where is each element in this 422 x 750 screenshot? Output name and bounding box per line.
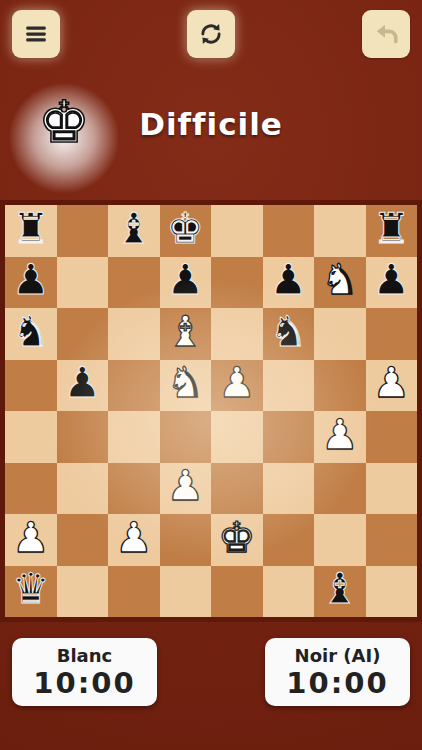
square-d4[interactable] [160, 411, 212, 463]
undo-arrow-icon [373, 21, 399, 47]
square-h7[interactable]: ♟ [366, 257, 418, 309]
undo-button[interactable] [362, 10, 410, 58]
square-a1[interactable]: ♛ [5, 566, 57, 618]
square-g8[interactable] [314, 205, 366, 257]
piece-black-rook: ♜ [372, 208, 410, 250]
square-g7[interactable]: ♞ [314, 257, 366, 309]
black-clock-panel: Noir (AI) 10:00 [265, 638, 410, 706]
square-b6[interactable] [57, 308, 109, 360]
square-h1[interactable] [366, 566, 418, 618]
chess-board-frame: ♜♝♚♜♟♟♟♞♟♞♝♞♟♞♟♟♟♟♟♟♚♛♝ [0, 200, 422, 622]
piece-black-pawn: ♟ [372, 259, 410, 301]
piece-black-bishop: ♝ [321, 568, 359, 610]
white-clock-label: Blanc [57, 645, 113, 667]
piece-black-pawn: ♟ [63, 362, 101, 404]
piece-white-pawn: ♟ [166, 465, 204, 507]
menu-button[interactable] [12, 10, 60, 58]
square-h5[interactable]: ♟ [366, 360, 418, 412]
square-b7[interactable] [57, 257, 109, 309]
square-c3[interactable] [108, 463, 160, 515]
square-f7[interactable]: ♟ [263, 257, 315, 309]
square-a3[interactable] [5, 463, 57, 515]
square-g3[interactable] [314, 463, 366, 515]
square-g5[interactable] [314, 360, 366, 412]
square-h4[interactable] [366, 411, 418, 463]
square-a6[interactable]: ♞ [5, 308, 57, 360]
square-h6[interactable] [366, 308, 418, 360]
piece-black-pawn: ♟ [166, 259, 204, 301]
piece-black-rook: ♜ [12, 208, 50, 250]
square-h3[interactable] [366, 463, 418, 515]
square-a8[interactable]: ♜ [5, 205, 57, 257]
white-clock-time: 10:00 [33, 667, 135, 699]
square-g6[interactable] [314, 308, 366, 360]
square-f4[interactable] [263, 411, 315, 463]
square-e8[interactable] [211, 205, 263, 257]
piece-black-king: ♚ [166, 208, 204, 250]
square-c2[interactable]: ♟ [108, 514, 160, 566]
square-c8[interactable]: ♝ [108, 205, 160, 257]
square-b1[interactable] [57, 566, 109, 618]
piece-white-pawn: ♟ [372, 362, 410, 404]
square-e4[interactable] [211, 411, 263, 463]
square-c4[interactable] [108, 411, 160, 463]
square-a2[interactable]: ♟ [5, 514, 57, 566]
header: ♚ Difficile [0, 88, 422, 178]
piece-white-pawn: ♟ [12, 517, 50, 559]
piece-white-knight: ♞ [166, 362, 204, 404]
app-screen: ♚ Difficile ♜♝♚♜♟♟♟♞♟♞♝♞♟♞♟♟♟♟♟♟♚♛♝ Blan… [0, 0, 422, 750]
square-e6[interactable] [211, 308, 263, 360]
square-b5[interactable]: ♟ [57, 360, 109, 412]
square-h8[interactable]: ♜ [366, 205, 418, 257]
square-f3[interactable] [263, 463, 315, 515]
square-f1[interactable] [263, 566, 315, 618]
square-d1[interactable] [160, 566, 212, 618]
square-b2[interactable] [57, 514, 109, 566]
square-b8[interactable] [57, 205, 109, 257]
square-c6[interactable] [108, 308, 160, 360]
square-d3[interactable]: ♟ [160, 463, 212, 515]
square-e5[interactable]: ♟ [211, 360, 263, 412]
piece-white-pawn: ♟ [321, 414, 359, 456]
square-b4[interactable] [57, 411, 109, 463]
refresh-icon [198, 21, 224, 47]
square-d6[interactable]: ♝ [160, 308, 212, 360]
piece-black-queen: ♛ [12, 568, 50, 610]
refresh-button[interactable] [187, 10, 235, 58]
square-e7[interactable] [211, 257, 263, 309]
square-e3[interactable] [211, 463, 263, 515]
piece-black-knight: ♞ [269, 311, 307, 353]
piece-black-knight: ♞ [12, 311, 50, 353]
hamburger-icon [23, 21, 49, 47]
square-d5[interactable]: ♞ [160, 360, 212, 412]
square-a5[interactable] [5, 360, 57, 412]
piece-white-bishop: ♝ [166, 311, 204, 353]
square-c7[interactable] [108, 257, 160, 309]
black-clock-time: 10:00 [286, 667, 388, 699]
square-g4[interactable]: ♟ [314, 411, 366, 463]
piece-white-knight: ♞ [321, 259, 359, 301]
square-h2[interactable] [366, 514, 418, 566]
square-c1[interactable] [108, 566, 160, 618]
square-f8[interactable] [263, 205, 315, 257]
square-f2[interactable] [263, 514, 315, 566]
piece-white-pawn: ♟ [115, 517, 153, 559]
piece-black-pawn: ♟ [269, 259, 307, 301]
black-clock-label: Noir (AI) [295, 645, 381, 667]
square-c5[interactable] [108, 360, 160, 412]
piece-white-king: ♚ [218, 517, 256, 559]
piece-white-pawn: ♟ [218, 362, 256, 404]
square-d8[interactable]: ♚ [160, 205, 212, 257]
square-a7[interactable]: ♟ [5, 257, 57, 309]
square-a4[interactable] [5, 411, 57, 463]
difficulty-title: Difficile [0, 106, 422, 142]
chess-board[interactable]: ♜♝♚♜♟♟♟♞♟♞♝♞♟♞♟♟♟♟♟♟♚♛♝ [5, 205, 417, 617]
square-e1[interactable] [211, 566, 263, 618]
square-b3[interactable] [57, 463, 109, 515]
square-d2[interactable] [160, 514, 212, 566]
piece-black-pawn: ♟ [12, 259, 50, 301]
square-g2[interactable] [314, 514, 366, 566]
piece-black-bishop: ♝ [115, 208, 153, 250]
square-d7[interactable]: ♟ [160, 257, 212, 309]
square-f6[interactable]: ♞ [263, 308, 315, 360]
square-f5[interactable] [263, 360, 315, 412]
white-clock-panel: Blanc 10:00 [12, 638, 157, 706]
square-e2[interactable]: ♚ [211, 514, 263, 566]
square-g1[interactable]: ♝ [314, 566, 366, 618]
